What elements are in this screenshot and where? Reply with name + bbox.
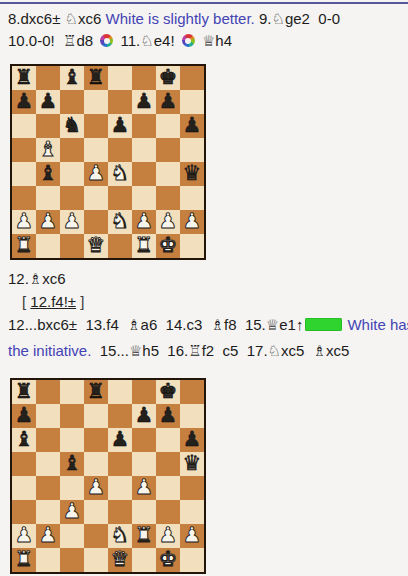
square-d3[interactable] (84, 500, 108, 524)
square-d4[interactable]: ♟ (84, 162, 108, 186)
bracket-text[interactable]: ] (76, 293, 84, 310)
black-pawn: ♟ (12, 90, 36, 114)
square-e2[interactable]: ♞ (108, 210, 132, 234)
square-a6[interactable]: ♝ (12, 428, 36, 452)
white-pawn: ♟ (36, 210, 60, 234)
square-e5[interactable] (108, 452, 132, 476)
square-g3[interactable] (156, 186, 180, 210)
square-f6[interactable] (132, 428, 156, 452)
square-f8[interactable] (132, 66, 156, 90)
square-c1[interactable] (60, 548, 84, 572)
square-b6[interactable] (36, 114, 60, 138)
square-a5[interactable] (12, 138, 36, 162)
square-d2[interactable] (84, 210, 108, 234)
square-g1[interactable]: ♚ (156, 548, 180, 572)
square-b5[interactable] (36, 452, 60, 476)
rainbow-circle-icon[interactable] (100, 34, 113, 47)
square-g3[interactable] (156, 500, 180, 524)
move-text[interactable]: 9.♘ge2 0-0 (259, 10, 340, 27)
square-g7[interactable]: ♟ (156, 90, 180, 114)
square-a3[interactable] (12, 186, 36, 210)
white-pawn: ♟ (60, 500, 84, 524)
square-d8[interactable]: ♜ (84, 66, 108, 90)
square-e6[interactable]: ♟ (108, 114, 132, 138)
square-e4[interactable] (108, 476, 132, 500)
black-king: ♚ (156, 66, 180, 90)
square-e4[interactable]: ♞ (108, 162, 132, 186)
square-h8[interactable] (180, 66, 204, 90)
variation-link[interactable]: 12.f4!± (30, 293, 76, 310)
square-f2[interactable]: ♜ (132, 524, 156, 548)
square-a7[interactable]: ♟ (12, 404, 36, 428)
white-king: ♚ (156, 548, 180, 572)
square-e7[interactable] (108, 90, 132, 114)
square-h5[interactable]: ♛ (180, 452, 204, 476)
square-a1[interactable]: ♜ (12, 548, 36, 572)
notation-line-4: 12...bxc6± 13.f4 ♗a6 14.c3 ♗f8 15.♕e1↑Wh… (8, 315, 408, 335)
square-g6[interactable] (156, 114, 180, 138)
square-c3[interactable] (60, 186, 84, 210)
square-e1[interactable] (108, 234, 132, 258)
notation-line-5: the initiative. 15...♕h5 16.♖f2 c5 17.♘x… (8, 341, 349, 361)
square-g2[interactable]: ♟ (156, 524, 180, 548)
square-e2[interactable]: ♞ (108, 524, 132, 548)
white-pawn: ♟ (84, 476, 108, 500)
square-c6[interactable] (60, 428, 84, 452)
white-knight: ♞ (108, 210, 132, 234)
square-a8[interactable]: ♜ (12, 66, 36, 90)
comment-text[interactable]: White is slightly better. (106, 10, 259, 27)
white-pawn: ♟ (36, 524, 60, 548)
square-d3[interactable] (84, 186, 108, 210)
square-f6[interactable] (132, 114, 156, 138)
square-h6[interactable]: ♟ (180, 428, 204, 452)
square-f1[interactable] (132, 548, 156, 572)
black-bishop: ♝ (60, 66, 84, 90)
notation-line-1: 8.dxc6± ♘xc6 White is slightly better. 9… (8, 9, 340, 29)
square-a3[interactable] (12, 500, 36, 524)
square-d7[interactable] (84, 90, 108, 114)
white-pawn: ♟ (156, 210, 180, 234)
black-queen: ♛ (180, 162, 204, 186)
square-a4[interactable] (12, 162, 36, 186)
square-e8[interactable] (108, 380, 132, 404)
white-king: ♚ (156, 234, 180, 258)
square-h3[interactable] (180, 186, 204, 210)
square-a5[interactable] (12, 452, 36, 476)
white-pawn: ♟ (60, 210, 84, 234)
black-rook: ♜ (84, 380, 108, 404)
square-d1[interactable]: ♛ (84, 234, 108, 258)
square-f4[interactable] (132, 162, 156, 186)
black-king: ♚ (156, 380, 180, 404)
black-queen: ♛ (180, 452, 204, 476)
square-b5[interactable]: ♝ (36, 138, 60, 162)
black-pawn: ♟ (180, 114, 204, 138)
square-g4[interactable] (156, 476, 180, 500)
square-d4[interactable]: ♟ (84, 476, 108, 500)
square-e1[interactable]: ♛ (108, 548, 132, 572)
square-a4[interactable] (12, 476, 36, 500)
move-text[interactable]: 15...♕h5 16.♖f2 c5 17.♘xc5 ♗xc5 (100, 342, 350, 359)
square-h2[interactable]: ♟ (180, 524, 204, 548)
square-h5[interactable] (180, 138, 204, 162)
square-b2[interactable]: ♟ (36, 524, 60, 548)
square-g7[interactable]: ♟ (156, 404, 180, 428)
square-d7[interactable] (84, 404, 108, 428)
comment-text[interactable]: White has (347, 316, 408, 333)
square-e7[interactable] (108, 404, 132, 428)
square-b3[interactable] (36, 500, 60, 524)
square-g8[interactable]: ♚ (156, 66, 180, 90)
white-pawn: ♟ (132, 476, 156, 500)
white-pawn: ♟ (12, 210, 36, 234)
white-queen: ♛ (108, 548, 132, 572)
square-d2[interactable] (84, 524, 108, 548)
square-c5[interactable] (60, 138, 84, 162)
square-c7[interactable] (60, 90, 84, 114)
square-f3[interactable] (132, 186, 156, 210)
square-b8[interactable] (36, 380, 60, 404)
white-pawn: ♟ (180, 524, 204, 548)
square-g4[interactable] (156, 162, 180, 186)
white-pawn: ♟ (84, 162, 108, 186)
white-rook: ♜ (12, 548, 36, 572)
square-g1[interactable]: ♚ (156, 234, 180, 258)
black-pawn: ♟ (108, 114, 132, 138)
square-d6[interactable] (84, 428, 108, 452)
black-bishop: ♝ (60, 452, 84, 476)
white-rook: ♜ (12, 234, 36, 258)
square-c2[interactable] (60, 524, 84, 548)
pane-top-divider (0, 2, 408, 4)
white-pawn: ♟ (180, 210, 204, 234)
square-h4[interactable]: ♛ (180, 162, 204, 186)
square-h8[interactable] (180, 380, 204, 404)
move-text[interactable]: 10.0-0! ♖d8 (8, 32, 97, 49)
rainbow-circle-icon[interactable] (182, 34, 195, 47)
square-b8[interactable] (36, 66, 60, 90)
black-pawn: ♟ (12, 404, 36, 428)
square-g2[interactable]: ♟ (156, 210, 180, 234)
move-text[interactable]: 12.♗xc6 (8, 270, 66, 287)
black-bishop: ♝ (12, 428, 36, 452)
square-c3[interactable]: ♟ (60, 500, 84, 524)
square-h7[interactable] (180, 404, 204, 428)
square-c1[interactable] (60, 234, 84, 258)
black-rook: ♜ (84, 66, 108, 90)
white-rook: ♜ (132, 524, 156, 548)
square-a7[interactable]: ♟ (12, 90, 36, 114)
square-a8[interactable]: ♜ (12, 380, 36, 404)
black-pawn: ♟ (156, 90, 180, 114)
square-d5[interactable] (84, 452, 108, 476)
square-d5[interactable] (84, 138, 108, 162)
square-h7[interactable] (180, 90, 204, 114)
square-e8[interactable] (108, 66, 132, 90)
square-c6[interactable]: ♞ (60, 114, 84, 138)
square-b1[interactable] (36, 234, 60, 258)
square-d1[interactable] (84, 548, 108, 572)
square-b3[interactable] (36, 186, 60, 210)
black-rook: ♜ (12, 380, 36, 404)
square-d6[interactable] (84, 114, 108, 138)
black-pawn: ♟ (132, 404, 156, 428)
square-g8[interactable]: ♚ (156, 380, 180, 404)
square-g5[interactable] (156, 452, 180, 476)
chess-diagram-1: ♜♝♜♚♟♟♟♟♞♟♟♝♝♟♞♛♟♟♟♞♟♟♟♜♛♜♚ (10, 64, 206, 260)
move-text[interactable]: ♕h4 (198, 32, 232, 49)
move-text[interactable]: 12...bxc6± 13.f4 ♗a6 14.c3 ♗f8 15.♕e1↑ (8, 316, 303, 333)
green-badge-icon[interactable] (305, 318, 342, 331)
square-b4[interactable] (36, 476, 60, 500)
white-queen: ♛ (84, 234, 108, 258)
notation-variation-line: [ 12.f4!± ] (22, 292, 84, 312)
black-pawn: ♟ (36, 90, 60, 114)
square-g6[interactable] (156, 428, 180, 452)
square-c8[interactable]: ♝ (60, 66, 84, 90)
square-f5[interactable] (132, 452, 156, 476)
square-d8[interactable]: ♜ (84, 380, 108, 404)
square-f7[interactable]: ♟ (132, 404, 156, 428)
square-b7[interactable] (36, 404, 60, 428)
move-text[interactable]: 11.♘e4! (116, 32, 178, 49)
square-c7[interactable] (60, 404, 84, 428)
square-c4[interactable] (60, 476, 84, 500)
square-c4[interactable] (60, 162, 84, 186)
square-h1[interactable] (180, 548, 204, 572)
square-b7[interactable]: ♟ (36, 90, 60, 114)
square-c2[interactable]: ♟ (60, 210, 84, 234)
square-e3[interactable] (108, 500, 132, 524)
square-e6[interactable]: ♟ (108, 428, 132, 452)
square-e3[interactable] (108, 186, 132, 210)
notation-line-3: 12.♗xc6 (8, 269, 66, 289)
square-a2[interactable]: ♟ (12, 210, 36, 234)
white-pawn: ♟ (156, 524, 180, 548)
chess-diagram-2: ♜♜♚♟♟♟♝♟♟♝♛♟♟♟♟♟♞♜♟♟♜♛♚ (10, 378, 206, 574)
white-knight: ♞ (108, 524, 132, 548)
black-knight: ♞ (60, 114, 84, 138)
comment-text[interactable]: the initiative. (8, 342, 100, 359)
square-c5[interactable]: ♝ (60, 452, 84, 476)
white-rook: ♜ (132, 234, 156, 258)
square-g5[interactable] (156, 138, 180, 162)
square-f2[interactable]: ♟ (132, 210, 156, 234)
white-bishop: ♝ (36, 138, 60, 162)
square-f7[interactable]: ♟ (132, 90, 156, 114)
square-b1[interactable] (36, 548, 60, 572)
square-h2[interactable]: ♟ (180, 210, 204, 234)
square-b6[interactable] (36, 428, 60, 452)
square-f8[interactable] (132, 380, 156, 404)
square-f1[interactable]: ♜ (132, 234, 156, 258)
square-a2[interactable]: ♟ (12, 524, 36, 548)
square-f5[interactable] (132, 138, 156, 162)
square-h4[interactable] (180, 476, 204, 500)
black-pawn: ♟ (156, 404, 180, 428)
square-f4[interactable]: ♟ (132, 476, 156, 500)
square-a6[interactable] (12, 114, 36, 138)
black-bishop: ♝ (36, 162, 60, 186)
black-pawn: ♟ (108, 428, 132, 452)
black-rook: ♜ (12, 66, 36, 90)
notation-line-2: 10.0-0! ♖d8 11.♘e4! ♕h4 (8, 31, 232, 51)
square-e5[interactable] (108, 138, 132, 162)
square-f3[interactable] (132, 500, 156, 524)
move-text[interactable]: 8.dxc6± ♘xc6 (8, 10, 106, 27)
black-pawn: ♟ (180, 428, 204, 452)
square-h1[interactable] (180, 234, 204, 258)
square-h6[interactable]: ♟ (180, 114, 204, 138)
square-b2[interactable]: ♟ (36, 210, 60, 234)
notation-pane: 8.dxc6± ♘xc6 White is slightly better. 9… (0, 0, 408, 576)
white-pawn: ♟ (132, 210, 156, 234)
square-c8[interactable] (60, 380, 84, 404)
white-knight: ♞ (108, 162, 132, 186)
square-h3[interactable] (180, 500, 204, 524)
square-b4[interactable]: ♝ (36, 162, 60, 186)
square-a1[interactable]: ♜ (12, 234, 36, 258)
white-pawn: ♟ (12, 524, 36, 548)
black-pawn: ♟ (132, 90, 156, 114)
